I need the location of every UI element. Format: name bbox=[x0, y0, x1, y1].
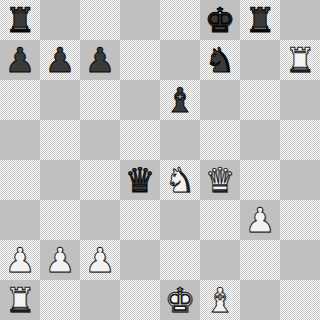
square-b5[interactable] bbox=[40, 120, 80, 160]
square-h3[interactable] bbox=[280, 200, 320, 240]
square-g4[interactable] bbox=[240, 160, 280, 200]
square-g6[interactable] bbox=[240, 80, 280, 120]
black-rook[interactable]: ♜ bbox=[245, 0, 275, 40]
square-h5[interactable] bbox=[280, 120, 320, 160]
black-pawn[interactable]: ♟ bbox=[85, 40, 115, 80]
square-e8[interactable] bbox=[160, 0, 200, 40]
white-bishop[interactable]: ♝ bbox=[205, 280, 235, 320]
square-e4[interactable]: ♞ bbox=[160, 160, 200, 200]
square-c5[interactable] bbox=[80, 120, 120, 160]
square-e3[interactable] bbox=[160, 200, 200, 240]
black-pawn[interactable]: ♟ bbox=[45, 40, 75, 80]
square-a4[interactable] bbox=[0, 160, 40, 200]
square-h6[interactable] bbox=[280, 80, 320, 120]
square-f7[interactable]: ♞ bbox=[200, 40, 240, 80]
square-d8[interactable] bbox=[120, 0, 160, 40]
square-h1[interactable] bbox=[280, 280, 320, 320]
white-rook[interactable]: ♜ bbox=[5, 280, 35, 320]
square-e2[interactable] bbox=[160, 240, 200, 280]
square-d4[interactable]: ♛ bbox=[120, 160, 160, 200]
square-f1[interactable]: ♝ bbox=[200, 280, 240, 320]
square-e6[interactable]: ♝ bbox=[160, 80, 200, 120]
white-queen[interactable]: ♛ bbox=[205, 160, 235, 200]
square-c6[interactable] bbox=[80, 80, 120, 120]
square-g3[interactable]: ♟ bbox=[240, 200, 280, 240]
square-a6[interactable] bbox=[0, 80, 40, 120]
square-e5[interactable] bbox=[160, 120, 200, 160]
square-a5[interactable] bbox=[0, 120, 40, 160]
black-knight[interactable]: ♞ bbox=[205, 40, 235, 80]
square-g5[interactable] bbox=[240, 120, 280, 160]
square-a1[interactable]: ♜ bbox=[0, 280, 40, 320]
black-bishop[interactable]: ♝ bbox=[165, 80, 195, 120]
black-king[interactable]: ♚ bbox=[205, 0, 235, 40]
square-b4[interactable] bbox=[40, 160, 80, 200]
black-rook[interactable]: ♜ bbox=[5, 0, 35, 40]
square-b2[interactable]: ♟ bbox=[40, 240, 80, 280]
white-king[interactable]: ♚ bbox=[165, 280, 195, 320]
square-g7[interactable] bbox=[240, 40, 280, 80]
white-pawn[interactable]: ♟ bbox=[5, 240, 35, 280]
square-b3[interactable] bbox=[40, 200, 80, 240]
square-e7[interactable] bbox=[160, 40, 200, 80]
square-g1[interactable] bbox=[240, 280, 280, 320]
white-pawn[interactable]: ♟ bbox=[45, 240, 75, 280]
square-a8[interactable]: ♜ bbox=[0, 0, 40, 40]
square-c7[interactable]: ♟ bbox=[80, 40, 120, 80]
square-d5[interactable] bbox=[120, 120, 160, 160]
square-h2[interactable] bbox=[280, 240, 320, 280]
black-pawn[interactable]: ♟ bbox=[5, 40, 35, 80]
square-h4[interactable] bbox=[280, 160, 320, 200]
square-b6[interactable] bbox=[40, 80, 80, 120]
square-e1[interactable]: ♚ bbox=[160, 280, 200, 320]
white-pawn[interactable]: ♟ bbox=[85, 240, 115, 280]
black-queen[interactable]: ♛ bbox=[125, 160, 155, 200]
square-a3[interactable] bbox=[0, 200, 40, 240]
square-a7[interactable]: ♟ bbox=[0, 40, 40, 80]
square-c2[interactable]: ♟ bbox=[80, 240, 120, 280]
square-d1[interactable] bbox=[120, 280, 160, 320]
square-d2[interactable] bbox=[120, 240, 160, 280]
square-a2[interactable]: ♟ bbox=[0, 240, 40, 280]
white-knight[interactable]: ♞ bbox=[165, 160, 195, 200]
square-f6[interactable] bbox=[200, 80, 240, 120]
square-c1[interactable] bbox=[80, 280, 120, 320]
square-c4[interactable] bbox=[80, 160, 120, 200]
square-g2[interactable] bbox=[240, 240, 280, 280]
square-h8[interactable] bbox=[280, 0, 320, 40]
white-pawn[interactable]: ♟ bbox=[245, 200, 275, 240]
square-b8[interactable] bbox=[40, 0, 80, 40]
square-b1[interactable] bbox=[40, 280, 80, 320]
square-c3[interactable] bbox=[80, 200, 120, 240]
square-f4[interactable]: ♛ bbox=[200, 160, 240, 200]
square-h7[interactable]: ♜ bbox=[280, 40, 320, 80]
square-f8[interactable]: ♚ bbox=[200, 0, 240, 40]
square-d3[interactable] bbox=[120, 200, 160, 240]
square-c8[interactable] bbox=[80, 0, 120, 40]
white-rook[interactable]: ♜ bbox=[285, 40, 315, 80]
square-f3[interactable] bbox=[200, 200, 240, 240]
square-g8[interactable]: ♜ bbox=[240, 0, 280, 40]
chess-board: ♜♚♜♟♟♟♞♜♝♛♞♛♟♟♟♟♜♚♝ bbox=[0, 0, 320, 320]
square-d7[interactable] bbox=[120, 40, 160, 80]
square-f5[interactable] bbox=[200, 120, 240, 160]
square-f2[interactable] bbox=[200, 240, 240, 280]
square-b7[interactable]: ♟ bbox=[40, 40, 80, 80]
square-d6[interactable] bbox=[120, 80, 160, 120]
